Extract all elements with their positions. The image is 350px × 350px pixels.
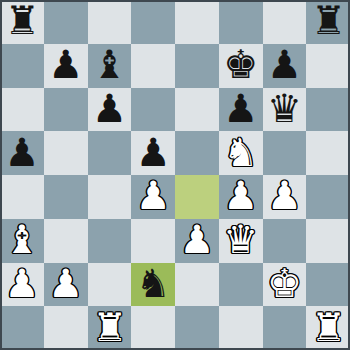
square-b8[interactable] [44,0,88,44]
square-d3[interactable] [131,219,175,263]
white-pawn-piece[interactable]: ♟ [136,176,171,215]
white-pawn-piece[interactable]: ♟ [223,176,258,215]
square-a5[interactable]: ♟ [0,131,44,175]
square-a7[interactable] [0,44,44,88]
white-rook-piece[interactable]: ♜ [92,308,127,347]
square-a3[interactable]: ♝ [0,219,44,263]
square-f8[interactable] [219,0,263,44]
square-b7[interactable]: ♟ [44,44,88,88]
square-b5[interactable] [44,131,88,175]
black-rook-piece[interactable]: ♜ [311,1,346,40]
square-c1[interactable]: ♜ [88,306,132,350]
square-g3[interactable] [263,219,307,263]
square-d2[interactable]: ♞ [131,263,175,307]
square-f6[interactable]: ♟ [219,88,263,132]
square-c2[interactable] [88,263,132,307]
square-c5[interactable] [88,131,132,175]
white-rook-piece[interactable]: ♜ [311,308,346,347]
white-queen-piece[interactable]: ♛ [223,220,258,259]
black-pawn-piece[interactable]: ♟ [92,89,127,128]
square-b4[interactable] [44,175,88,219]
square-a8[interactable]: ♜ [0,0,44,44]
square-d5[interactable]: ♟ [131,131,175,175]
square-d6[interactable] [131,88,175,132]
square-f7[interactable]: ♚ [219,44,263,88]
white-pawn-piece[interactable]: ♟ [179,220,214,259]
square-f3[interactable]: ♛ [219,219,263,263]
square-h8[interactable]: ♜ [306,0,350,44]
square-a6[interactable] [0,88,44,132]
white-pawn-piece[interactable]: ♟ [267,176,302,215]
white-pawn-piece[interactable]: ♟ [4,264,39,303]
square-b6[interactable] [44,88,88,132]
square-d4[interactable]: ♟ [131,175,175,219]
square-e5[interactable] [175,131,219,175]
square-h1[interactable]: ♜ [306,306,350,350]
square-a4[interactable] [0,175,44,219]
white-pawn-piece[interactable]: ♟ [48,264,83,303]
square-e4[interactable] [175,175,219,219]
square-g4[interactable]: ♟ [263,175,307,219]
square-g2[interactable]: ♚ [263,263,307,307]
black-bishop-piece[interactable]: ♝ [92,45,127,84]
black-pawn-piece[interactable]: ♟ [4,133,39,172]
square-f2[interactable] [219,263,263,307]
square-a2[interactable]: ♟ [0,263,44,307]
square-h6[interactable] [306,88,350,132]
black-pawn-piece[interactable]: ♟ [48,45,83,84]
square-g6[interactable]: ♛ [263,88,307,132]
square-d8[interactable] [131,0,175,44]
chess-board: ♜♜♟♝♚♟♟♟♛♟♟♞♟♟♟♝♟♛♟♟♞♚♜♜ [0,0,350,350]
square-a1[interactable] [0,306,44,350]
square-d1[interactable] [131,306,175,350]
black-pawn-piece[interactable]: ♟ [223,89,258,128]
square-h4[interactable] [306,175,350,219]
square-f1[interactable] [219,306,263,350]
square-e2[interactable] [175,263,219,307]
square-b2[interactable]: ♟ [44,263,88,307]
square-e6[interactable] [175,88,219,132]
square-c8[interactable] [88,0,132,44]
square-e1[interactable] [175,306,219,350]
square-e8[interactable] [175,0,219,44]
square-c7[interactable]: ♝ [88,44,132,88]
square-c6[interactable]: ♟ [88,88,132,132]
black-queen-piece[interactable]: ♛ [267,89,302,128]
white-king-piece[interactable]: ♚ [267,264,302,303]
square-e7[interactable] [175,44,219,88]
square-g8[interactable] [263,0,307,44]
square-b1[interactable] [44,306,88,350]
black-rook-piece[interactable]: ♜ [4,1,39,40]
square-c4[interactable] [88,175,132,219]
square-h5[interactable] [306,131,350,175]
square-g7[interactable]: ♟ [263,44,307,88]
square-g1[interactable] [263,306,307,350]
black-knight-piece[interactable]: ♞ [136,264,171,303]
square-h7[interactable] [306,44,350,88]
square-h2[interactable] [306,263,350,307]
white-bishop-piece[interactable]: ♝ [4,220,39,259]
white-knight-piece[interactable]: ♞ [223,133,258,172]
square-b3[interactable] [44,219,88,263]
square-g5[interactable] [263,131,307,175]
square-c3[interactable] [88,219,132,263]
black-pawn-piece[interactable]: ♟ [136,133,171,172]
square-e3[interactable]: ♟ [175,219,219,263]
square-d7[interactable] [131,44,175,88]
black-pawn-piece[interactable]: ♟ [267,45,302,84]
black-king-piece[interactable]: ♚ [223,45,258,84]
square-f5[interactable]: ♞ [219,131,263,175]
square-h3[interactable] [306,219,350,263]
square-f4[interactable]: ♟ [219,175,263,219]
